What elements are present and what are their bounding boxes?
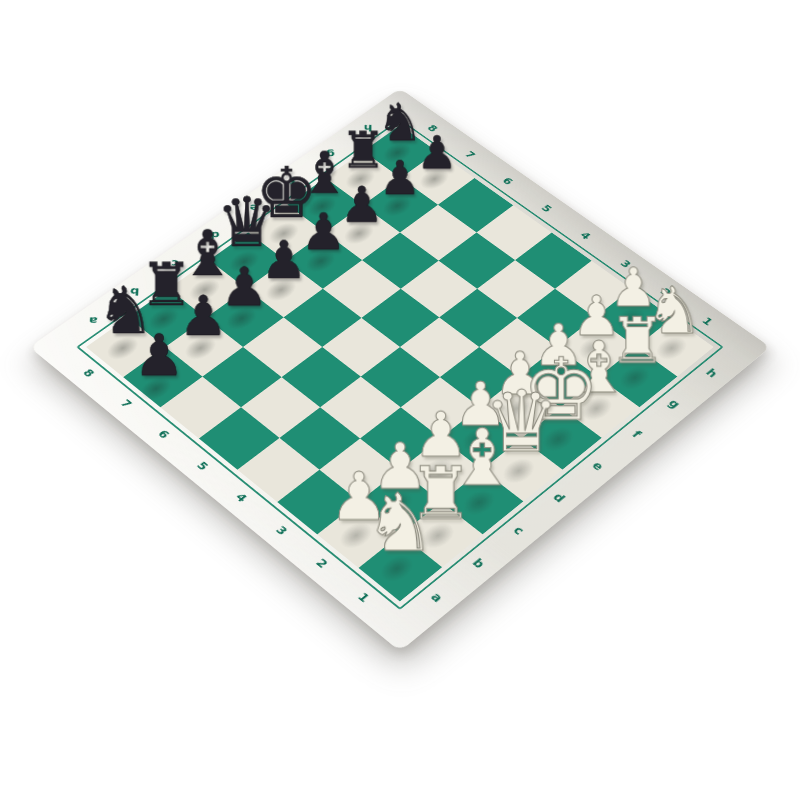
rank-label-left-4: 4 (213, 476, 270, 520)
file-label-bottom-e: e (570, 444, 626, 487)
white-knight-glyph: ♞ (349, 478, 451, 567)
chessboard: abcdefghabcdefgh8765432187654321 ♞♜♝♛♚♝♜… (29, 88, 770, 651)
black-pawn-glyph: ♟ (110, 323, 207, 388)
chess-set-photo: abcdefghabcdefgh8765432187654321 ♞♜♝♛♚♝♜… (0, 0, 800, 800)
rank-label-left-8: 8 (61, 353, 117, 394)
